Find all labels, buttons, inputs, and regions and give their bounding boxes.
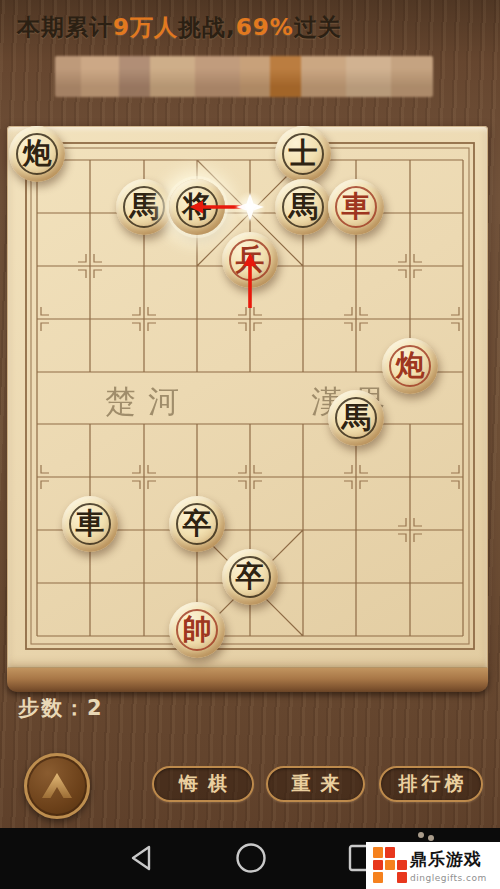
stats-suffix: 过关 xyxy=(294,14,342,40)
restart-button[interactable]: 重来 xyxy=(266,766,365,802)
piece-glyph: 馬 xyxy=(289,192,318,221)
watermark-dot xyxy=(418,832,424,838)
piece-red-兵[interactable]: 兵 xyxy=(222,232,278,288)
move-counter-label: 步数： xyxy=(18,696,87,720)
piece-glyph: 卒 xyxy=(183,509,212,538)
piece-red-炮[interactable]: 炮 xyxy=(382,338,438,394)
piece-glyph: 卒 xyxy=(236,562,265,591)
piece-glyph: 炮 xyxy=(23,139,52,168)
piece-black-卒[interactable]: 卒 xyxy=(222,549,278,605)
watermark-title: 鼎乐游戏 xyxy=(410,848,482,871)
piece-glyph: 炮 xyxy=(396,351,425,380)
undo-label: 悔棋 xyxy=(169,771,237,797)
move-counter-value: 2 xyxy=(87,696,104,720)
piece-black-馬[interactable]: 馬 xyxy=(275,179,331,235)
piece-glyph: 士 xyxy=(289,139,318,168)
restart-label: 重来 xyxy=(282,771,350,797)
challenge-stats: 本期累计9万人挑战,69%过关 xyxy=(17,12,342,43)
pieces-layer: 炮士馬将馬車兵炮馬車卒卒帥 xyxy=(0,0,500,700)
piece-glyph: 馬 xyxy=(130,192,159,221)
leaderboard-button[interactable]: 排行榜 xyxy=(379,766,483,802)
undo-button[interactable]: 悔棋 xyxy=(152,766,254,802)
watermark: 鼎乐游戏 dinglegifts.com xyxy=(366,842,500,889)
stats-percent: 69% xyxy=(236,14,294,40)
piece-glyph: 兵 xyxy=(236,245,265,274)
stats-middle: 挑战, xyxy=(178,14,236,40)
piece-black-士[interactable]: 士 xyxy=(275,126,331,182)
back-icon[interactable] xyxy=(129,844,155,872)
piece-glyph: 将 xyxy=(183,192,212,221)
piece-black-車[interactable]: 車 xyxy=(62,496,118,552)
piece-red-帥[interactable]: 帥 xyxy=(169,602,225,658)
piece-glyph: 馬 xyxy=(342,403,371,432)
home-icon[interactable] xyxy=(235,842,267,874)
piece-red-車[interactable]: 車 xyxy=(328,179,384,235)
move-counter: 步数：2 xyxy=(18,694,104,722)
watermark-url: dinglegifts.com xyxy=(410,873,487,883)
up-chevron-icon xyxy=(27,756,87,816)
piece-glyph: 帥 xyxy=(183,615,212,644)
piece-black-炮[interactable]: 炮 xyxy=(9,126,65,182)
watermark-dot xyxy=(428,835,434,841)
stats-prefix: 本期累计 xyxy=(17,14,113,40)
watermark-logo-icon xyxy=(373,847,407,883)
app-screen: 本期累计9万人挑战,69%过关 楚河 漢界 炮士馬将馬車兵炮馬車卒卒帥 步数：2 xyxy=(0,0,500,889)
piece-black-卒[interactable]: 卒 xyxy=(169,496,225,552)
piece-black-馬[interactable]: 馬 xyxy=(116,179,172,235)
collapse-panel-button[interactable] xyxy=(24,753,90,819)
piece-black-馬[interactable]: 馬 xyxy=(328,390,384,446)
piece-glyph: 車 xyxy=(76,509,105,538)
piece-glyph: 車 xyxy=(342,192,371,221)
piece-black-将[interactable]: 将 xyxy=(169,179,225,235)
leaderboard-label: 排行榜 xyxy=(395,771,468,797)
stats-count: 9万人 xyxy=(113,14,178,40)
blurred-banner xyxy=(55,56,433,97)
